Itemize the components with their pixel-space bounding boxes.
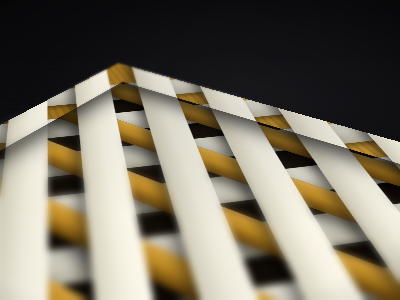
photo-scene [0,0,400,300]
